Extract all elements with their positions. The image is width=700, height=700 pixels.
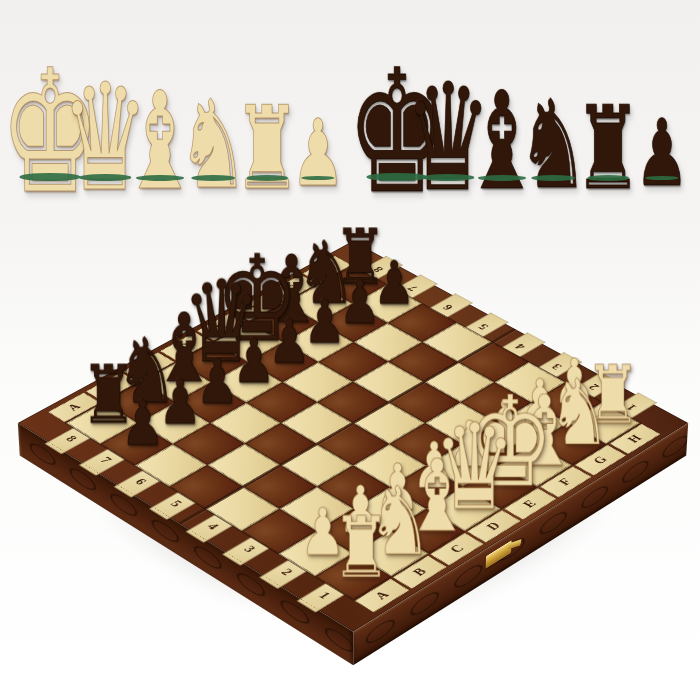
piece-white-rook-a1: ♜ (332, 514, 391, 582)
piece-black-pawn-c7: ♟ (196, 357, 239, 406)
folding-chess-box: ABCDEFGH ABCDEFGH 87654321 87654321 ♜♞♝♛… (18, 241, 688, 632)
piece-black-pawn-b7: ♟ (159, 377, 202, 427)
chess-set-product-photo: ♚♛♝♞♜♟ ♚♛♝♞♜♟ ABCDEFGH ABCDEFGH 87654321… (0, 0, 700, 700)
piece-black-pawn-a7: ♟ (121, 398, 165, 448)
chess-board: ABCDEFGH ABCDEFGH 87654321 87654321 ♜♞♝♛… (18, 241, 688, 632)
board-scene: ABCDEFGH ABCDEFGH 87654321 87654321 ♜♞♝♛… (0, 0, 700, 700)
